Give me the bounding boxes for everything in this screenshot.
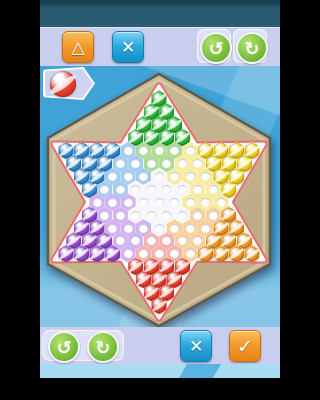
marble-yellow[interactable] (222, 182, 237, 197)
redo-icon: ↻ (95, 337, 110, 358)
board-hole[interactable] (147, 185, 156, 194)
board-hole[interactable] (124, 198, 133, 207)
board-hole[interactable] (178, 159, 187, 168)
board-hole[interactable] (155, 172, 164, 181)
board-hole[interactable] (193, 185, 202, 194)
board-hole[interactable] (186, 249, 195, 258)
board-hole[interactable] (186, 224, 195, 233)
confirm-icon: ✓ (237, 337, 253, 356)
marble-orange[interactable] (237, 234, 252, 249)
board-hole[interactable] (155, 224, 164, 233)
marble-red[interactable] (152, 298, 167, 313)
board-hole[interactable] (100, 185, 109, 194)
marble-green[interactable] (160, 130, 175, 145)
board-hole[interactable] (131, 211, 140, 220)
marble-orange[interactable] (222, 234, 237, 249)
board-hole[interactable] (162, 185, 171, 194)
board-hole[interactable] (217, 198, 226, 207)
marble-purple[interactable] (67, 234, 82, 249)
board-hole[interactable] (116, 159, 125, 168)
marble-purple[interactable] (74, 247, 89, 262)
board-hole[interactable] (139, 224, 148, 233)
board-hole[interactable] (139, 198, 148, 207)
board-hole[interactable] (201, 198, 210, 207)
cancel-icon: ✕ (189, 338, 203, 355)
marble-green[interactable] (160, 105, 175, 120)
marble-green[interactable] (129, 130, 144, 145)
board-hole[interactable] (147, 211, 156, 220)
marble-green[interactable] (175, 130, 190, 145)
board-hole[interactable] (124, 146, 133, 155)
board-hole[interactable] (209, 211, 218, 220)
board-hole[interactable] (116, 211, 125, 220)
board-hole[interactable] (155, 198, 164, 207)
undo-icon: ↺ (56, 337, 71, 358)
board-hole[interactable] (155, 249, 164, 258)
undo-button-bottom[interactable]: ↺ (48, 331, 80, 363)
app-screen: △ ✕ ↺ ↻ (40, 0, 280, 400)
marble-orange[interactable] (206, 234, 221, 249)
marble-orange[interactable] (229, 221, 244, 236)
board-hole[interactable] (147, 159, 156, 168)
marble-blue[interactable] (82, 182, 97, 197)
board-hole[interactable] (170, 198, 179, 207)
board-hole[interactable] (178, 211, 187, 220)
board-hole[interactable] (108, 224, 117, 233)
marble-purple[interactable] (74, 221, 89, 236)
board-hole[interactable] (201, 224, 210, 233)
board-hole[interactable] (178, 185, 187, 194)
board-hole[interactable] (186, 146, 195, 155)
marble-purple[interactable] (82, 234, 97, 249)
board-hole[interactable] (100, 211, 109, 220)
bottom-strip-wedge (179, 364, 221, 378)
board-hole[interactable] (124, 249, 133, 258)
board-hole[interactable] (155, 146, 164, 155)
bottom-toolbar: ↺ ↻ ✕ ✓ (40, 327, 280, 364)
marble-orange[interactable] (229, 247, 244, 262)
marble-purple[interactable] (82, 208, 97, 223)
board-hole[interactable] (108, 172, 117, 181)
confirm-move-button[interactable]: ✓ (229, 330, 261, 362)
marble-purple[interactable] (105, 247, 120, 262)
bottom-black-area (40, 378, 280, 400)
bottom-strip (40, 364, 280, 378)
board-hole[interactable] (170, 224, 179, 233)
board-hole[interactable] (193, 211, 202, 220)
board-hole[interactable] (186, 198, 195, 207)
board-hole[interactable] (186, 172, 195, 181)
board-hole[interactable] (108, 198, 117, 207)
board-hole[interactable] (162, 211, 171, 220)
redo-button-bottom[interactable]: ↻ (87, 331, 119, 363)
cancel-move-button[interactable]: ✕ (180, 330, 212, 362)
turn-indicator-marble (50, 71, 76, 97)
board-hole[interactable] (131, 185, 140, 194)
board-hole[interactable] (209, 185, 218, 194)
board-hole[interactable] (170, 172, 179, 181)
board-hole[interactable] (124, 172, 133, 181)
board-hole[interactable] (93, 198, 102, 207)
board-hole[interactable] (116, 185, 125, 194)
board-hole[interactable] (124, 224, 133, 233)
marble-purple[interactable] (98, 234, 113, 249)
board-hole[interactable] (201, 172, 210, 181)
board-hole[interactable] (139, 172, 148, 181)
marble-orange[interactable] (198, 247, 213, 262)
turn-indicator (43, 67, 95, 100)
marble-green[interactable] (144, 130, 159, 145)
marble-green[interactable] (144, 105, 159, 120)
